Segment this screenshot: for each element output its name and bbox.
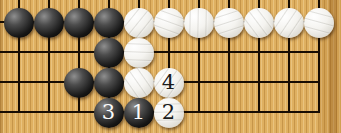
- move-number: 4: [162, 72, 175, 94]
- stone-black[interactable]: [34, 8, 64, 38]
- stone-black[interactable]: [94, 68, 124, 98]
- white-stone-texture: [120, 5, 156, 41]
- wood-grain: [0, 0, 3, 133]
- stone-white[interactable]: [124, 38, 154, 68]
- stone-black-move-1[interactable]: 1: [124, 98, 154, 128]
- stone-black-move-3[interactable]: 3: [94, 98, 124, 128]
- go-board[interactable]: 4312: [0, 0, 341, 133]
- stone-white[interactable]: [304, 8, 334, 38]
- stone-white-move-4[interactable]: 4: [154, 68, 184, 98]
- move-number: 2: [162, 102, 175, 124]
- stone-white[interactable]: [124, 8, 154, 38]
- stone-white[interactable]: [244, 8, 274, 38]
- stone-white[interactable]: [154, 8, 184, 38]
- white-stone-texture: [152, 7, 185, 40]
- stone-white-move-2[interactable]: 2: [154, 98, 184, 128]
- white-stone-texture: [238, 3, 279, 44]
- stone-black[interactable]: [4, 8, 34, 38]
- move-number: 1: [132, 102, 145, 124]
- stone-white[interactable]: [214, 8, 244, 38]
- stone-white[interactable]: [274, 8, 304, 38]
- stone-white[interactable]: [184, 8, 214, 38]
- white-stone-texture: [301, 6, 336, 41]
- stone-black[interactable]: [64, 8, 94, 38]
- stone-black[interactable]: [94, 8, 124, 38]
- stone-black[interactable]: [94, 38, 124, 68]
- white-stone-texture: [271, 6, 305, 40]
- white-stone-texture: [179, 3, 219, 43]
- stone-white[interactable]: [124, 68, 154, 98]
- stone-black[interactable]: [64, 68, 94, 98]
- move-number: 3: [102, 102, 115, 124]
